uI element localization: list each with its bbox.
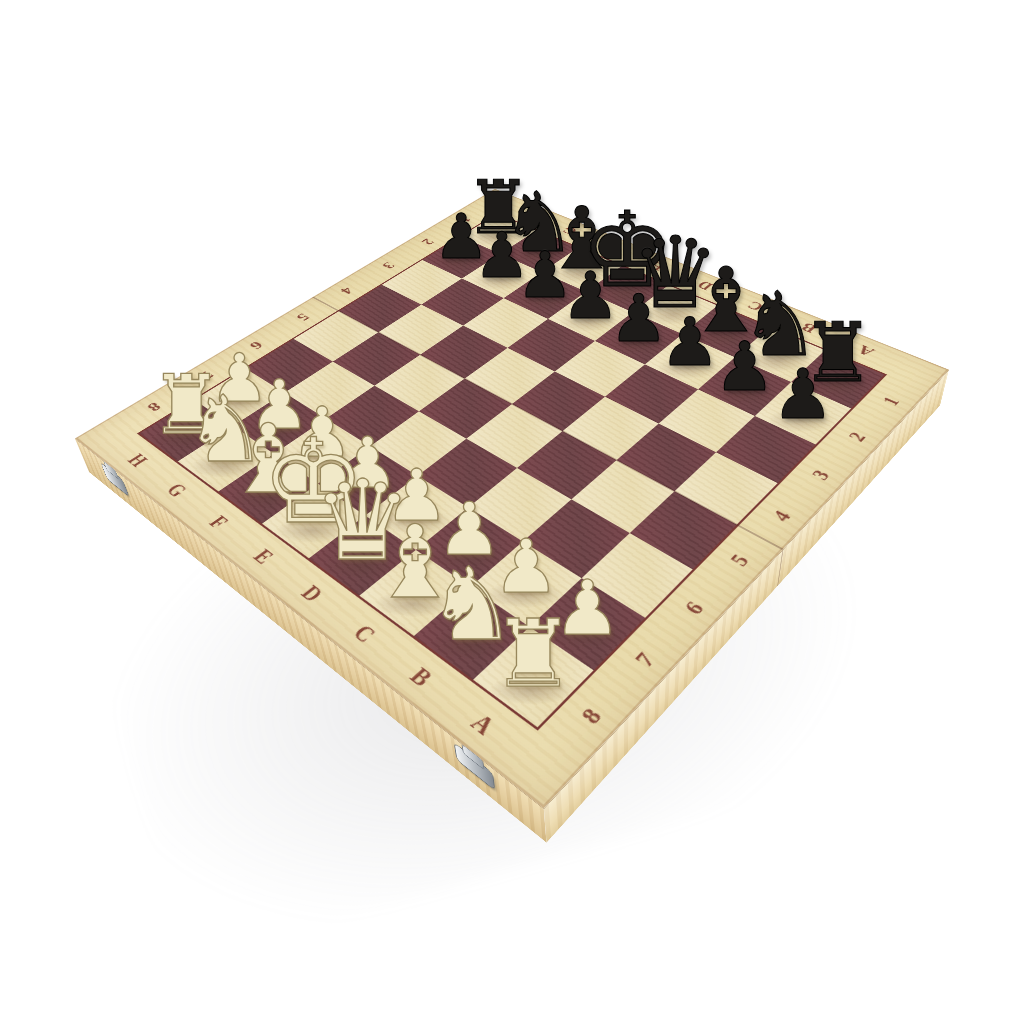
piece-white-rook-a8[interactable]: ♜ [492, 608, 575, 701]
piece-black-pawn-c2[interactable]: ♟ [660, 309, 720, 376]
piece-black-pawn-a2[interactable]: ♟ [772, 360, 834, 429]
piece-black-pawn-b2[interactable]: ♟ [714, 333, 775, 401]
photo-scene: 87654321 87654321 HGFEDCBA HGFEDCBA ♜♟♟♜… [0, 0, 1024, 1024]
pieces-layer: ♜♟♟♜♞♟♟♞♝♟♟♝♚♟♟♚♛♟♟♛♝♟♟♝♞♟♟♞♜♟♟♜ [0, 0, 1024, 1024]
